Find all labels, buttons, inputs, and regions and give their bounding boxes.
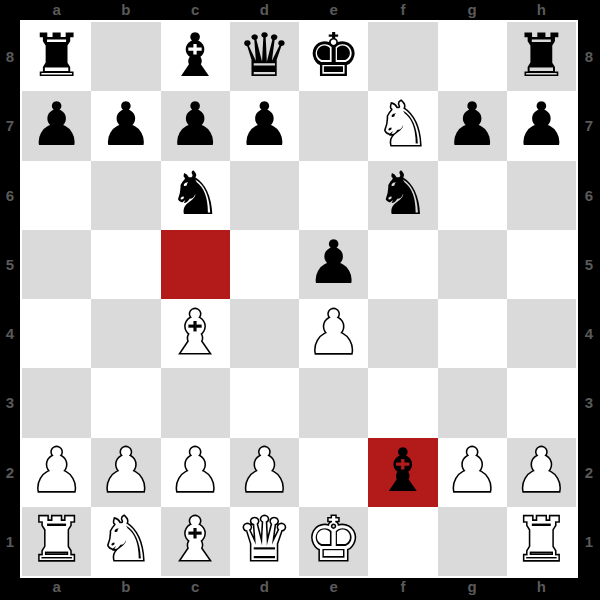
black-pawn[interactable]: ♟ bbox=[168, 94, 222, 154]
rank-label-left-6: 6 bbox=[0, 161, 20, 230]
file-label-top-c: c bbox=[161, 0, 230, 20]
square-h2[interactable]: ♟ bbox=[507, 438, 576, 507]
square-f2[interactable]: ♝ bbox=[368, 438, 437, 507]
square-e4[interactable]: ♟ bbox=[299, 299, 368, 368]
black-bishop[interactable]: ♝ bbox=[376, 440, 430, 500]
file-label-bottom-f: f bbox=[368, 576, 437, 598]
square-d5[interactable] bbox=[230, 230, 299, 299]
rank-label-left-2: 2 bbox=[0, 438, 20, 507]
square-g5[interactable] bbox=[438, 230, 507, 299]
file-label-bottom-h: h bbox=[507, 576, 576, 598]
square-f6[interactable]: ♞ bbox=[368, 161, 437, 230]
square-c5[interactable] bbox=[161, 230, 230, 299]
square-a3[interactable] bbox=[22, 368, 91, 437]
white-bishop[interactable]: ♝ bbox=[168, 302, 222, 362]
square-e3[interactable] bbox=[299, 368, 368, 437]
square-e6[interactable] bbox=[299, 161, 368, 230]
square-a4[interactable] bbox=[22, 299, 91, 368]
rank-label-right-2: 2 bbox=[578, 438, 600, 507]
white-knight[interactable]: ♞ bbox=[376, 94, 430, 154]
square-d7[interactable]: ♟ bbox=[230, 91, 299, 160]
white-rook[interactable]: ♜ bbox=[30, 509, 84, 569]
black-rook[interactable]: ♜ bbox=[514, 25, 568, 85]
square-f5[interactable] bbox=[368, 230, 437, 299]
white-pawn[interactable]: ♟ bbox=[168, 440, 222, 500]
square-g3[interactable] bbox=[438, 368, 507, 437]
rank-label-left-8: 8 bbox=[0, 22, 20, 91]
file-label-top-f: f bbox=[368, 0, 437, 20]
rank-label-left-7: 7 bbox=[0, 91, 20, 160]
square-h5[interactable] bbox=[507, 230, 576, 299]
square-e8[interactable]: ♚ bbox=[299, 22, 368, 91]
square-d6[interactable] bbox=[230, 161, 299, 230]
rank-label-right-4: 4 bbox=[578, 299, 600, 368]
file-label-bottom-d: d bbox=[230, 576, 299, 598]
square-c8[interactable]: ♝ bbox=[161, 22, 230, 91]
square-f1[interactable] bbox=[368, 507, 437, 576]
white-rook[interactable]: ♜ bbox=[514, 509, 568, 569]
square-h4[interactable] bbox=[507, 299, 576, 368]
square-h3[interactable] bbox=[507, 368, 576, 437]
file-label-top-h: h bbox=[507, 0, 576, 20]
black-pawn[interactable]: ♟ bbox=[237, 94, 291, 154]
file-label-top-g: g bbox=[438, 0, 507, 20]
square-f8[interactable] bbox=[368, 22, 437, 91]
square-d1[interactable]: ♛ bbox=[230, 507, 299, 576]
rank-label-right-1: 1 bbox=[578, 507, 600, 576]
square-d4[interactable] bbox=[230, 299, 299, 368]
black-pawn[interactable]: ♟ bbox=[445, 94, 499, 154]
square-g7[interactable]: ♟ bbox=[438, 91, 507, 160]
chessboard: ♜♝♛♚♜♟♟♟♟♞♟♟♞♞♟♝♟♟♟♟♟♝♟♟♜♞♝♛♚♜ bbox=[20, 20, 578, 578]
white-pawn[interactable]: ♟ bbox=[307, 302, 361, 362]
square-d8[interactable]: ♛ bbox=[230, 22, 299, 91]
square-b1[interactable]: ♞ bbox=[91, 507, 160, 576]
rank-label-right-5: 5 bbox=[578, 230, 600, 299]
black-knight[interactable]: ♞ bbox=[168, 163, 222, 223]
file-label-bottom-g: g bbox=[438, 576, 507, 598]
square-g1[interactable] bbox=[438, 507, 507, 576]
square-a2[interactable]: ♟ bbox=[22, 438, 91, 507]
square-c6[interactable]: ♞ bbox=[161, 161, 230, 230]
black-pawn[interactable]: ♟ bbox=[514, 94, 568, 154]
square-e7[interactable] bbox=[299, 91, 368, 160]
rank-label-right-7: 7 bbox=[578, 91, 600, 160]
file-label-top-a: a bbox=[22, 0, 91, 20]
square-b4[interactable] bbox=[91, 299, 160, 368]
square-h7[interactable]: ♟ bbox=[507, 91, 576, 160]
square-f3[interactable] bbox=[368, 368, 437, 437]
black-bishop[interactable]: ♝ bbox=[168, 25, 222, 85]
white-pawn[interactable]: ♟ bbox=[445, 440, 499, 500]
square-e1[interactable]: ♚ bbox=[299, 507, 368, 576]
square-b3[interactable] bbox=[91, 368, 160, 437]
black-knight[interactable]: ♞ bbox=[376, 163, 430, 223]
square-c7[interactable]: ♟ bbox=[161, 91, 230, 160]
square-g8[interactable] bbox=[438, 22, 507, 91]
square-b2[interactable]: ♟ bbox=[91, 438, 160, 507]
square-a1[interactable]: ♜ bbox=[22, 507, 91, 576]
square-a5[interactable] bbox=[22, 230, 91, 299]
rank-label-right-8: 8 bbox=[578, 22, 600, 91]
rank-label-right-6: 6 bbox=[578, 161, 600, 230]
black-king[interactable]: ♚ bbox=[307, 25, 361, 85]
square-a6[interactable] bbox=[22, 161, 91, 230]
black-pawn[interactable]: ♟ bbox=[30, 94, 84, 154]
rank-label-left-3: 3 bbox=[0, 368, 20, 437]
file-label-top-d: d bbox=[230, 0, 299, 20]
square-c4[interactable]: ♝ bbox=[161, 299, 230, 368]
square-c2[interactable]: ♟ bbox=[161, 438, 230, 507]
file-label-bottom-b: b bbox=[91, 576, 160, 598]
square-c3[interactable] bbox=[161, 368, 230, 437]
square-f4[interactable] bbox=[368, 299, 437, 368]
white-bishop[interactable]: ♝ bbox=[168, 509, 222, 569]
square-f7[interactable]: ♞ bbox=[368, 91, 437, 160]
file-label-top-b: b bbox=[91, 0, 160, 20]
white-king[interactable]: ♚ bbox=[307, 509, 361, 569]
square-h6[interactable] bbox=[507, 161, 576, 230]
square-b7[interactable]: ♟ bbox=[91, 91, 160, 160]
square-a8[interactable]: ♜ bbox=[22, 22, 91, 91]
square-e2[interactable] bbox=[299, 438, 368, 507]
square-d2[interactable]: ♟ bbox=[230, 438, 299, 507]
square-d3[interactable] bbox=[230, 368, 299, 437]
rank-label-right-3: 3 bbox=[578, 368, 600, 437]
rank-label-left-4: 4 bbox=[0, 299, 20, 368]
white-pawn[interactable]: ♟ bbox=[99, 440, 153, 500]
file-label-top-e: e bbox=[299, 0, 368, 20]
file-label-bottom-c: c bbox=[161, 576, 230, 598]
square-b6[interactable] bbox=[91, 161, 160, 230]
white-pawn[interactable]: ♟ bbox=[30, 440, 84, 500]
square-g4[interactable] bbox=[438, 299, 507, 368]
square-b5[interactable] bbox=[91, 230, 160, 299]
square-g6[interactable] bbox=[438, 161, 507, 230]
white-pawn[interactable]: ♟ bbox=[514, 440, 568, 500]
square-b8[interactable] bbox=[91, 22, 160, 91]
rank-label-left-5: 5 bbox=[0, 230, 20, 299]
rank-label-left-1: 1 bbox=[0, 507, 20, 576]
square-h1[interactable]: ♜ bbox=[507, 507, 576, 576]
square-h8[interactable]: ♜ bbox=[507, 22, 576, 91]
white-knight[interactable]: ♞ bbox=[99, 509, 153, 569]
black-pawn[interactable]: ♟ bbox=[307, 232, 361, 292]
white-pawn[interactable]: ♟ bbox=[237, 440, 291, 500]
chess-app-frame: ♜♝♛♚♜♟♟♟♟♞♟♟♞♞♟♝♟♟♟♟♟♝♟♟♜♞♝♛♚♜ aabbccdde… bbox=[0, 0, 600, 600]
square-e5[interactable]: ♟ bbox=[299, 230, 368, 299]
black-queen[interactable]: ♛ bbox=[237, 25, 291, 85]
black-pawn[interactable]: ♟ bbox=[99, 94, 153, 154]
white-queen[interactable]: ♛ bbox=[237, 509, 291, 569]
square-a7[interactable]: ♟ bbox=[22, 91, 91, 160]
black-rook[interactable]: ♜ bbox=[30, 25, 84, 85]
square-g2[interactable]: ♟ bbox=[438, 438, 507, 507]
file-label-bottom-e: e bbox=[299, 576, 368, 598]
square-c1[interactable]: ♝ bbox=[161, 507, 230, 576]
file-label-bottom-a: a bbox=[22, 576, 91, 598]
